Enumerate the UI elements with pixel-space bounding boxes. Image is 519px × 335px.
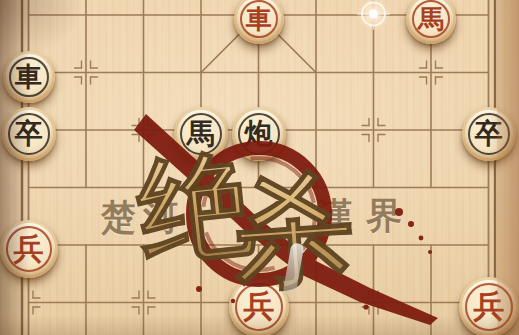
- piece-red-soldier-c[interactable]: 兵: [459, 277, 519, 335]
- piece-char: 兵: [13, 234, 43, 264]
- piece-char: 馬: [418, 6, 444, 32]
- piece-black-horse[interactable]: 馬: [174, 107, 228, 161]
- xiangqi-board-screen: 楚河 漢界 車馬車卒馬炮卒兵兵兵: [0, 0, 519, 335]
- piece-face: 兵: [3, 223, 55, 275]
- piece-char: 炮: [244, 120, 272, 148]
- piece-face: 炮: [235, 110, 283, 158]
- piece-char: 馬: [187, 120, 215, 148]
- piece-char: 車: [246, 6, 272, 32]
- piece-face: 兵: [462, 280, 516, 334]
- piece-red-soldier-a[interactable]: 兵: [0, 220, 58, 278]
- piece-char: 車: [15, 63, 42, 90]
- piece-face: 馬: [409, 0, 453, 41]
- piece-black-cannon[interactable]: 炮: [232, 107, 286, 161]
- piece-char: 卒: [14, 120, 42, 148]
- piece-face: 馬: [177, 110, 225, 158]
- piece-face: 兵: [232, 280, 286, 334]
- piece-red-horse[interactable]: 馬: [406, 0, 456, 44]
- piece-char: 卒: [474, 120, 502, 148]
- piece-grid[interactable]: 車馬車卒馬炮卒兵兵兵: [0, 0, 517, 335]
- piece-face: 車: [6, 54, 52, 100]
- piece-char: 兵: [473, 291, 504, 322]
- piece-black-soldier-a[interactable]: 卒: [2, 107, 56, 161]
- piece-face: 卒: [5, 110, 53, 158]
- piece-black-soldier-b[interactable]: 卒: [462, 107, 516, 161]
- piece-char: 兵: [243, 291, 274, 322]
- piece-red-soldier-b[interactable]: 兵: [229, 277, 289, 335]
- piece-red-chariot[interactable]: 車: [234, 0, 284, 44]
- piece-face: 卒: [465, 110, 513, 158]
- piece-face: 車: [237, 0, 281, 41]
- piece-black-chariot[interactable]: 車: [3, 51, 55, 103]
